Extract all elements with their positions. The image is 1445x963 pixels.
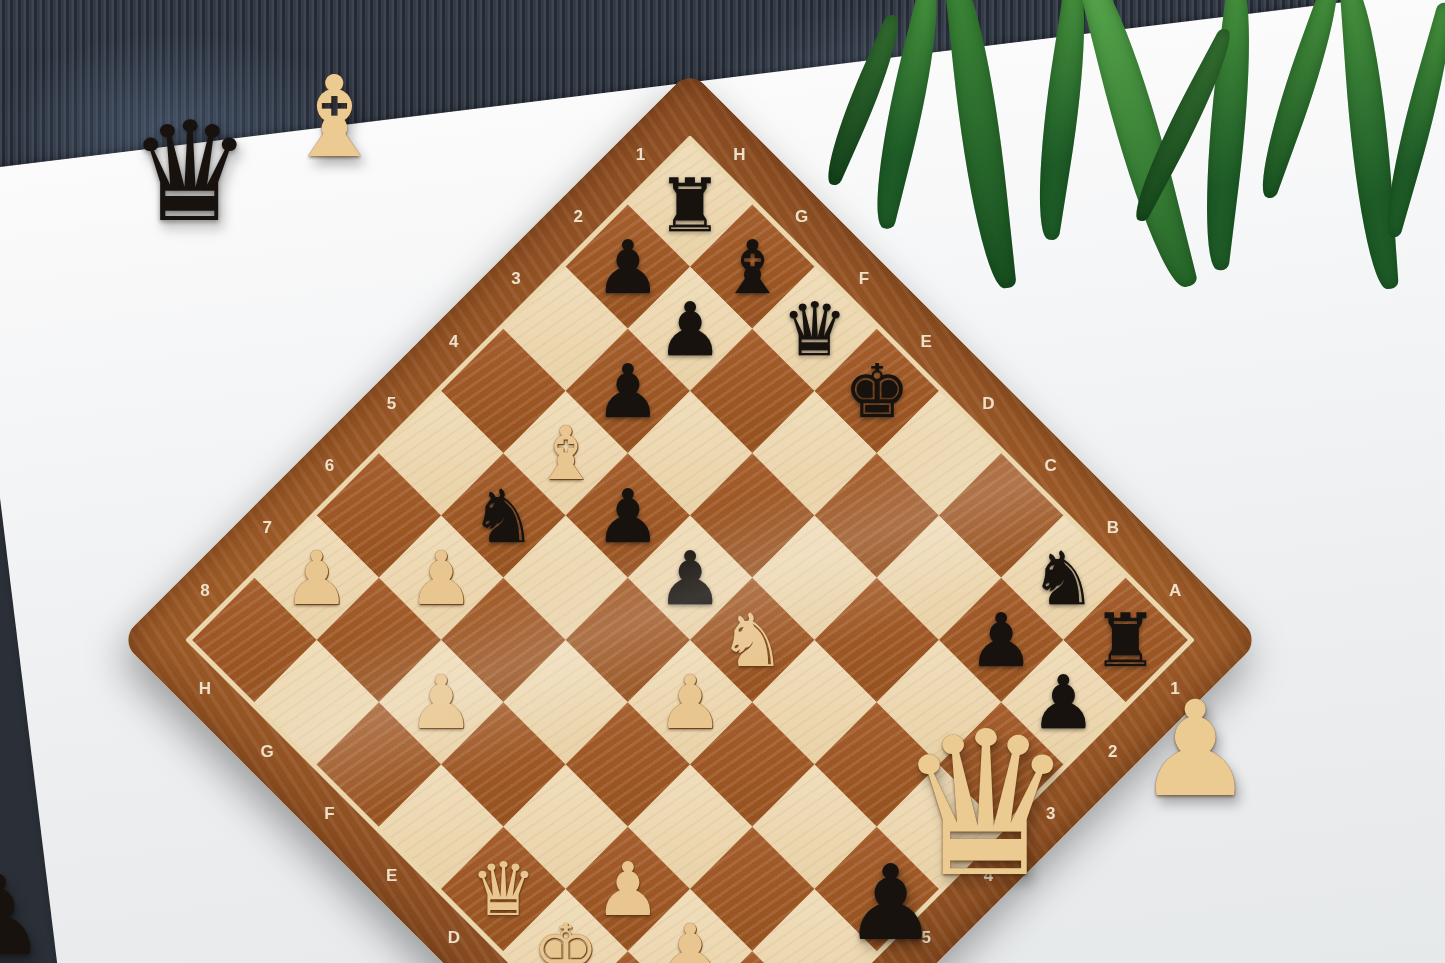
piece-black-rook-h1[interactable]: ♜ — [657, 161, 723, 247]
piece-white-queen-d8[interactable]: ♛ — [470, 846, 536, 932]
plant-leaf — [1339, 0, 1399, 291]
piece-white-pawn-d5[interactable]: ♟ — [657, 659, 723, 745]
edge-black-piece[interactable]: ♟ — [0, 852, 47, 963]
spare-black-pawn[interactable]: ♟ — [844, 842, 937, 963]
piece-black-pawn-g3[interactable]: ♟ — [595, 348, 661, 434]
piece-white-pawn-g6[interactable]: ♟ — [408, 535, 474, 621]
plant-leaf — [1025, 0, 1099, 241]
piece-black-pawn-g2[interactable]: ♟ — [657, 286, 723, 372]
photo-scene: HGFEDCBA 12345678 HGFEDCBA 12345678 ♜♝♛♚… — [0, 0, 1445, 963]
piece-white-pawn-f7[interactable]: ♟ — [408, 659, 474, 745]
piece-white-pawn-h7[interactable]: ♟ — [283, 535, 349, 621]
piece-black-pawn-b2[interactable]: ♟ — [968, 597, 1034, 683]
piece-white-king-c8[interactable]: ♚ — [532, 908, 598, 963]
piece-white-bishop-g4[interactable]: ♝ — [532, 410, 598, 496]
plant-leaf — [860, 0, 953, 230]
piece-black-queen-f1[interactable]: ♛ — [781, 286, 847, 372]
piece-white-knight-d4[interactable]: ♞ — [719, 597, 785, 683]
piece-white-pawn-c7[interactable]: ♟ — [595, 846, 661, 932]
piece-black-knight-g5[interactable]: ♞ — [470, 473, 536, 559]
piece-black-bishop-g1[interactable]: ♝ — [719, 224, 785, 310]
spare-black-queen[interactable]: ♛ — [128, 92, 252, 253]
plant-leaf — [943, 0, 1016, 291]
piece-black-king-e1[interactable]: ♚ — [844, 348, 910, 434]
piece-white-pawn-b7[interactable]: ♟ — [657, 908, 723, 963]
piece-black-pawn-h2[interactable]: ♟ — [595, 224, 661, 310]
piece-black-rook-a1[interactable]: ♜ — [1092, 597, 1158, 683]
spare-white-pawn[interactable]: ♟ — [1136, 672, 1254, 826]
spare-white-bishop[interactable]: ♝ — [284, 52, 384, 182]
plant-leaf — [1247, 0, 1354, 200]
piece-black-pawn-f4[interactable]: ♟ — [595, 473, 661, 559]
piece-black-pawn-e4[interactable]: ♟ — [657, 535, 723, 621]
piece-black-knight-b1[interactable]: ♞ — [1030, 535, 1096, 621]
